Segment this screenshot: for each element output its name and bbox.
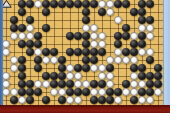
black-stone <box>50 48 58 56</box>
white-stone <box>82 80 90 88</box>
black-stone <box>42 48 50 56</box>
black-stone <box>98 8 106 16</box>
black-stone <box>58 72 66 80</box>
black-stone <box>26 0 34 8</box>
black-stone <box>82 8 90 16</box>
white-stone <box>74 80 82 88</box>
vertical-scrollbar[interactable] <box>163 0 170 113</box>
white-stone <box>130 88 138 96</box>
white-stone <box>90 88 98 96</box>
white-stone <box>10 32 18 40</box>
black-stone <box>42 0 50 8</box>
black-stone <box>82 56 90 64</box>
black-stone <box>66 0 74 8</box>
black-stone <box>42 8 50 16</box>
white-stone <box>3 40 10 48</box>
white-stone <box>122 56 130 64</box>
black-stone <box>82 0 90 8</box>
black-stone <box>114 40 122 48</box>
black-stone <box>10 24 18 32</box>
white-stone <box>146 32 154 40</box>
black-stone <box>42 72 50 80</box>
black-stone <box>58 96 66 104</box>
black-stone <box>74 48 82 56</box>
white-stone <box>130 32 138 40</box>
white-stone <box>90 40 98 48</box>
black-stone <box>90 56 98 64</box>
black-stone <box>26 40 34 48</box>
white-stone <box>98 64 106 72</box>
black-stone <box>130 8 138 16</box>
black-stone <box>138 0 146 8</box>
black-stone <box>146 72 154 80</box>
black-stone <box>34 56 42 64</box>
black-stone <box>26 48 34 56</box>
black-stone <box>18 24 26 32</box>
black-stone <box>146 80 154 88</box>
black-stone <box>130 40 138 48</box>
white-stone <box>138 48 146 56</box>
black-stone <box>58 80 66 88</box>
black-stone <box>50 0 58 8</box>
black-stone <box>122 0 130 8</box>
white-stone <box>130 80 138 88</box>
black-stone <box>146 0 154 8</box>
app-frame <box>0 0 170 113</box>
white-stone <box>98 32 106 40</box>
white-stone <box>106 0 114 8</box>
black-stone <box>130 64 138 72</box>
black-stone <box>26 80 34 88</box>
black-stone <box>18 56 26 64</box>
white-stone <box>42 80 50 88</box>
white-stone <box>50 56 58 64</box>
white-stone <box>106 80 114 88</box>
black-stone <box>154 64 162 72</box>
black-stone <box>98 80 106 88</box>
white-stone <box>146 96 154 104</box>
black-stone <box>138 40 146 48</box>
white-stone <box>122 88 130 96</box>
white-stone <box>90 32 98 40</box>
black-stone <box>66 48 74 56</box>
black-stone <box>106 64 114 72</box>
white-stone <box>114 56 122 64</box>
white-stone <box>26 24 34 32</box>
white-stone <box>10 88 18 96</box>
white-stone <box>26 32 34 40</box>
black-stone <box>58 56 66 64</box>
black-stone <box>138 88 146 96</box>
black-stone <box>18 80 26 88</box>
left-window-border <box>0 0 3 113</box>
triangle-marker-icon <box>3 0 12 8</box>
white-stone <box>3 88 10 96</box>
white-stone <box>66 72 74 80</box>
black-stone <box>26 96 34 104</box>
black-stone <box>34 40 42 48</box>
white-stone <box>154 88 162 96</box>
black-stone <box>114 0 122 8</box>
white-stone <box>58 88 66 96</box>
white-stone <box>50 88 58 96</box>
black-stone <box>82 48 90 56</box>
black-stone <box>122 24 130 32</box>
black-stone <box>82 88 90 96</box>
white-stone <box>10 56 18 64</box>
black-stone <box>90 96 98 104</box>
black-stone <box>138 72 146 80</box>
black-stone <box>74 32 82 40</box>
black-stone <box>66 80 74 88</box>
white-stone <box>106 72 114 80</box>
black-stone <box>122 32 130 40</box>
black-stone <box>66 88 74 96</box>
white-stone <box>3 48 10 56</box>
black-stone <box>90 0 98 8</box>
black-stone <box>82 64 90 72</box>
white-stone <box>114 96 122 104</box>
black-stone <box>18 0 26 8</box>
black-stone <box>74 64 82 72</box>
black-stone <box>18 40 26 48</box>
white-stone <box>3 72 10 80</box>
white-stone <box>130 56 138 64</box>
white-stone <box>138 24 146 32</box>
black-stone <box>34 32 42 40</box>
black-stone <box>82 40 90 48</box>
black-stone <box>138 8 146 16</box>
white-stone <box>10 64 18 72</box>
black-stone <box>146 88 154 96</box>
black-stone <box>98 48 106 56</box>
white-stone <box>146 24 154 32</box>
goban[interactable] <box>3 0 163 105</box>
white-stone <box>42 56 50 64</box>
black-stone <box>42 24 50 32</box>
black-stone <box>122 48 130 56</box>
black-stone <box>114 32 122 40</box>
white-stone <box>98 40 106 48</box>
white-stone <box>66 96 74 104</box>
white-stone <box>82 24 90 32</box>
bottom-status-bar <box>0 105 170 113</box>
black-stone <box>34 64 42 72</box>
black-stone <box>106 88 114 96</box>
black-stone <box>90 80 98 88</box>
black-stone <box>34 88 42 96</box>
black-stone <box>50 80 58 88</box>
black-stone <box>58 64 66 72</box>
black-stone <box>98 96 106 104</box>
white-stone <box>18 96 26 104</box>
black-stone <box>154 72 162 80</box>
black-stone <box>82 16 90 24</box>
white-stone <box>74 72 82 80</box>
white-stone <box>106 56 114 64</box>
black-stone <box>26 88 34 96</box>
white-stone <box>98 72 106 80</box>
white-stone <box>74 96 82 104</box>
black-stone <box>58 0 66 8</box>
black-stone <box>26 16 34 24</box>
white-stone <box>146 48 154 56</box>
black-stone <box>146 56 154 64</box>
black-stone <box>114 88 122 96</box>
black-stone <box>138 32 146 40</box>
black-stone <box>154 80 162 88</box>
white-stone <box>34 48 42 56</box>
black-stone <box>90 48 98 56</box>
black-stone <box>18 72 26 80</box>
white-stone <box>18 32 26 40</box>
black-stone <box>130 96 138 104</box>
black-stone <box>10 16 18 24</box>
black-stone <box>18 8 26 16</box>
white-stone <box>98 88 106 96</box>
go-app-window: { "game": "go", "view": { "description":… <box>0 0 170 113</box>
black-stone <box>42 96 50 104</box>
black-stone <box>74 0 82 8</box>
black-stone <box>146 16 154 24</box>
black-stone <box>18 88 26 96</box>
white-stone <box>138 80 146 88</box>
black-stone <box>138 64 146 72</box>
black-stone <box>74 88 82 96</box>
black-stone <box>122 80 130 88</box>
white-stone <box>90 64 98 72</box>
white-stone <box>138 96 146 104</box>
white-stone <box>66 64 74 72</box>
black-stone <box>66 32 74 40</box>
white-stone <box>3 80 10 88</box>
white-stone <box>98 0 106 8</box>
white-stone <box>34 80 42 88</box>
black-stone <box>82 32 90 40</box>
black-stone <box>18 64 26 72</box>
black-stone <box>138 16 146 24</box>
black-stone <box>106 96 114 104</box>
white-stone <box>130 72 138 80</box>
white-stone <box>90 24 98 32</box>
black-stone <box>10 96 18 104</box>
white-stone <box>114 16 122 24</box>
white-stone <box>34 0 42 8</box>
white-stone <box>106 8 114 16</box>
black-stone <box>50 72 58 80</box>
black-stone <box>130 48 138 56</box>
white-stone <box>114 48 122 56</box>
